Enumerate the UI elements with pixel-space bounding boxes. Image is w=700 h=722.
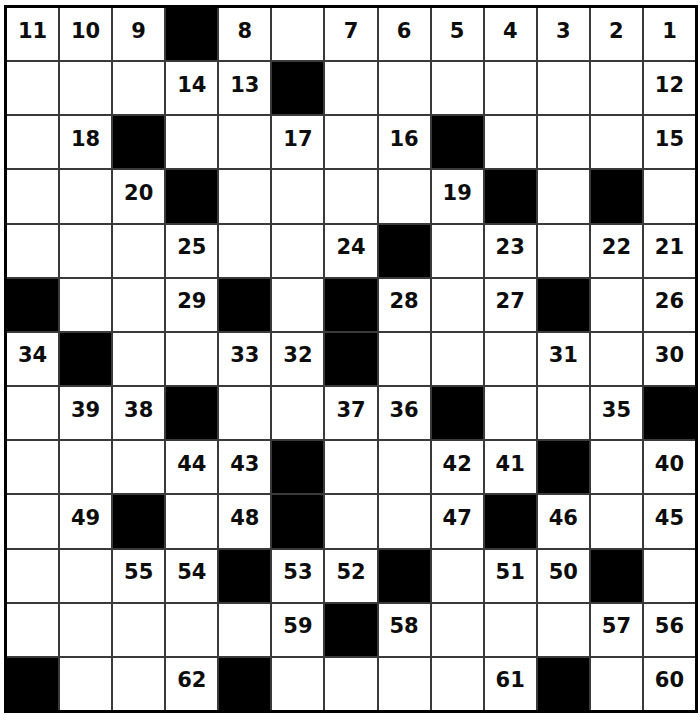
cell-r6c9[interactable]	[485, 333, 536, 385]
clue-number-2: 2	[609, 21, 624, 42]
cell-r1c11[interactable]	[591, 62, 642, 114]
cell-r1c8[interactable]	[432, 62, 483, 114]
cell-r2c9[interactable]	[485, 116, 536, 168]
clue-number-7: 7	[344, 21, 359, 42]
cell-r11c12[interactable]: 56	[644, 604, 695, 656]
clue-number-23: 23	[496, 237, 525, 258]
cell-r0c8[interactable]: 5	[432, 8, 483, 60]
cell-r9c1[interactable]: 49	[60, 495, 111, 547]
block-cell-r10c11	[591, 550, 642, 602]
block-cell-r5c4	[219, 279, 270, 331]
cell-r6c3[interactable]	[166, 333, 217, 385]
cell-r11c1[interactable]	[60, 604, 111, 656]
cell-r8c6[interactable]	[325, 441, 376, 493]
cell-r12c6[interactable]	[325, 658, 376, 710]
cell-r4c2[interactable]	[113, 225, 164, 277]
block-cell-r6c6	[325, 333, 376, 385]
cell-r8c9[interactable]: 41	[485, 441, 536, 493]
cell-r1c6[interactable]	[325, 62, 376, 114]
cell-r10c3[interactable]: 54	[166, 550, 217, 602]
cell-r2c11[interactable]	[591, 116, 642, 168]
clue-number-11: 11	[18, 21, 47, 42]
cell-r8c2[interactable]	[113, 441, 164, 493]
cell-r0c12[interactable]: 1	[644, 8, 695, 60]
clue-number-40: 40	[655, 454, 684, 475]
cell-r0c10[interactable]: 3	[538, 8, 589, 60]
cell-r10c2[interactable]: 55	[113, 550, 164, 602]
cell-r1c9[interactable]	[485, 62, 536, 114]
page: 1110987654321141312181716152019252423222…	[0, 0, 700, 722]
cell-r4c10[interactable]	[538, 225, 589, 277]
block-cell-r9c5	[272, 495, 323, 547]
cell-r0c5[interactable]	[272, 8, 323, 60]
cell-r7c4[interactable]	[219, 387, 270, 439]
cell-r6c5[interactable]: 32	[272, 333, 323, 385]
cell-r7c9[interactable]	[485, 387, 536, 439]
clue-number-25: 25	[177, 237, 206, 258]
block-cell-r8c5	[272, 441, 323, 493]
clue-number-16: 16	[389, 129, 418, 150]
block-cell-r2c2	[113, 116, 164, 168]
block-cell-r0c3	[166, 8, 217, 60]
block-cell-r7c8	[432, 387, 483, 439]
clue-number-17: 17	[283, 129, 312, 150]
cell-r0c2[interactable]: 9	[113, 8, 164, 60]
block-cell-r9c2	[113, 495, 164, 547]
cell-r1c1[interactable]	[60, 62, 111, 114]
cell-r5c5[interactable]	[272, 279, 323, 331]
cell-r2c7[interactable]: 16	[379, 116, 430, 168]
block-cell-r6c1	[60, 333, 111, 385]
cell-r1c3[interactable]: 14	[166, 62, 217, 114]
cell-r7c5[interactable]	[272, 387, 323, 439]
cell-r0c9[interactable]: 4	[485, 8, 536, 60]
cell-r1c2[interactable]	[113, 62, 164, 114]
clue-number-41: 41	[496, 454, 525, 475]
clue-number-18: 18	[71, 129, 100, 150]
clue-number-24: 24	[336, 237, 365, 258]
cell-r6c7[interactable]	[379, 333, 430, 385]
cell-r7c6[interactable]: 37	[325, 387, 376, 439]
cell-r2c6[interactable]	[325, 116, 376, 168]
block-cell-r12c0	[7, 658, 58, 710]
block-cell-r7c12	[644, 387, 695, 439]
cell-r4c4[interactable]	[219, 225, 270, 277]
cell-r9c8[interactable]: 47	[432, 495, 483, 547]
cell-r9c10[interactable]: 46	[538, 495, 589, 547]
cell-r11c0[interactable]	[7, 604, 58, 656]
cell-r1c10[interactable]	[538, 62, 589, 114]
cell-r4c6[interactable]: 24	[325, 225, 376, 277]
cell-r9c3[interactable]	[166, 495, 217, 547]
block-cell-r12c4	[219, 658, 270, 710]
cell-r11c8[interactable]	[432, 604, 483, 656]
block-cell-r12c10	[538, 658, 589, 710]
cell-r2c12[interactable]: 15	[644, 116, 695, 168]
cell-r9c6[interactable]	[325, 495, 376, 547]
clue-number-27: 27	[496, 291, 525, 312]
clue-number-30: 30	[655, 345, 684, 366]
cell-r12c3[interactable]: 62	[166, 658, 217, 710]
cell-r3c10[interactable]	[538, 170, 589, 222]
block-cell-r3c11	[591, 170, 642, 222]
clue-number-42: 42	[443, 454, 472, 475]
clue-number-54: 54	[177, 562, 206, 583]
clue-number-56: 56	[655, 616, 684, 637]
cell-r8c11[interactable]	[591, 441, 642, 493]
cell-r11c3[interactable]	[166, 604, 217, 656]
cell-r2c4[interactable]	[219, 116, 270, 168]
cell-r9c7[interactable]	[379, 495, 430, 547]
cell-r3c0[interactable]	[7, 170, 58, 222]
crossword-grid: 1110987654321141312181716152019252423222…	[4, 5, 698, 713]
cell-r10c8[interactable]	[432, 550, 483, 602]
cell-r3c4[interactable]	[219, 170, 270, 222]
clue-number-9: 9	[131, 21, 146, 42]
cell-r11c10[interactable]	[538, 604, 589, 656]
clue-number-10: 10	[71, 21, 100, 42]
cell-r12c12[interactable]: 60	[644, 658, 695, 710]
clue-number-53: 53	[283, 562, 312, 583]
clue-number-34: 34	[18, 345, 47, 366]
cell-r3c2[interactable]: 20	[113, 170, 164, 222]
cell-r8c1[interactable]	[60, 441, 111, 493]
cell-r12c9[interactable]: 61	[485, 658, 536, 710]
cell-r4c8[interactable]	[432, 225, 483, 277]
clue-number-32: 32	[283, 345, 312, 366]
cell-r5c2[interactable]	[113, 279, 164, 331]
cell-r12c11[interactable]	[591, 658, 642, 710]
block-cell-r10c7	[379, 550, 430, 602]
cell-r10c12[interactable]	[644, 550, 695, 602]
cell-r6c12[interactable]: 30	[644, 333, 695, 385]
cell-r2c0[interactable]	[7, 116, 58, 168]
cell-r6c0[interactable]: 34	[7, 333, 58, 385]
cell-r4c9[interactable]: 23	[485, 225, 536, 277]
cell-r6c4[interactable]: 33	[219, 333, 270, 385]
clue-number-20: 20	[124, 183, 153, 204]
clue-number-1: 1	[662, 21, 677, 42]
cell-r4c3[interactable]: 25	[166, 225, 217, 277]
clue-number-44: 44	[177, 454, 206, 475]
cell-r0c4[interactable]: 8	[219, 8, 270, 60]
clue-number-12: 12	[655, 75, 684, 96]
cell-r7c2[interactable]: 38	[113, 387, 164, 439]
cell-r4c0[interactable]	[7, 225, 58, 277]
cell-r5c1[interactable]	[60, 279, 111, 331]
cell-r5c11[interactable]	[591, 279, 642, 331]
clue-number-37: 37	[336, 400, 365, 421]
cell-r2c10[interactable]	[538, 116, 589, 168]
cell-r1c7[interactable]	[379, 62, 430, 114]
clue-number-58: 58	[389, 616, 418, 637]
clue-number-51: 51	[496, 562, 525, 583]
cell-r3c8[interactable]: 19	[432, 170, 483, 222]
cell-r9c11[interactable]	[591, 495, 642, 547]
cell-r10c1[interactable]	[60, 550, 111, 602]
cell-r11c5[interactable]: 59	[272, 604, 323, 656]
cell-r9c12[interactable]: 45	[644, 495, 695, 547]
cell-r12c2[interactable]	[113, 658, 164, 710]
cell-r2c5[interactable]: 17	[272, 116, 323, 168]
clue-number-15: 15	[655, 129, 684, 150]
clue-number-35: 35	[602, 400, 631, 421]
cell-r3c6[interactable]	[325, 170, 376, 222]
cell-r12c8[interactable]	[432, 658, 483, 710]
cell-r4c12[interactable]: 21	[644, 225, 695, 277]
clue-number-52: 52	[336, 562, 365, 583]
cell-r8c12[interactable]: 40	[644, 441, 695, 493]
cell-r12c1[interactable]	[60, 658, 111, 710]
block-cell-r11c6	[325, 604, 376, 656]
cell-r11c4[interactable]	[219, 604, 270, 656]
cell-r8c8[interactable]: 42	[432, 441, 483, 493]
cell-r0c0[interactable]: 11	[7, 8, 58, 60]
clue-number-29: 29	[177, 291, 206, 312]
cell-r6c11[interactable]	[591, 333, 642, 385]
clue-number-50: 50	[549, 562, 578, 583]
clue-number-49: 49	[71, 508, 100, 529]
cell-r6c8[interactable]	[432, 333, 483, 385]
clue-number-61: 61	[496, 670, 525, 691]
cell-r12c7[interactable]	[379, 658, 430, 710]
cell-r10c0[interactable]	[7, 550, 58, 602]
block-cell-r9c9	[485, 495, 536, 547]
cell-r4c11[interactable]: 22	[591, 225, 642, 277]
cell-r3c1[interactable]	[60, 170, 111, 222]
clue-number-5: 5	[450, 21, 465, 42]
cell-r5c8[interactable]	[432, 279, 483, 331]
cell-r6c10[interactable]: 31	[538, 333, 589, 385]
cell-r11c7[interactable]: 58	[379, 604, 430, 656]
cell-r8c3[interactable]: 44	[166, 441, 217, 493]
cell-r5c3[interactable]: 29	[166, 279, 217, 331]
cell-r7c7[interactable]: 36	[379, 387, 430, 439]
clue-number-21: 21	[655, 237, 684, 258]
cell-r2c1[interactable]: 18	[60, 116, 111, 168]
cell-r3c12[interactable]	[644, 170, 695, 222]
cell-r10c9[interactable]: 51	[485, 550, 536, 602]
cell-r9c4[interactable]: 48	[219, 495, 270, 547]
clue-number-33: 33	[230, 345, 259, 366]
clue-number-57: 57	[602, 616, 631, 637]
cell-r9c0[interactable]	[7, 495, 58, 547]
cell-r7c0[interactable]	[7, 387, 58, 439]
clue-number-14: 14	[177, 75, 206, 96]
clue-number-31: 31	[549, 345, 578, 366]
clue-number-45: 45	[655, 508, 684, 529]
block-cell-r5c10	[538, 279, 589, 331]
cell-r8c0[interactable]	[7, 441, 58, 493]
clue-number-3: 3	[556, 21, 571, 42]
cell-r7c1[interactable]: 39	[60, 387, 111, 439]
block-cell-r7c3	[166, 387, 217, 439]
cell-r0c6[interactable]: 7	[325, 8, 376, 60]
clue-number-36: 36	[389, 400, 418, 421]
block-cell-r8c10	[538, 441, 589, 493]
cell-r2c3[interactable]	[166, 116, 217, 168]
clue-number-60: 60	[655, 670, 684, 691]
block-cell-r10c4	[219, 550, 270, 602]
clue-number-6: 6	[397, 21, 412, 42]
cell-r5c12[interactable]: 26	[644, 279, 695, 331]
cell-r3c7[interactable]	[379, 170, 430, 222]
cell-r0c7[interactable]: 6	[379, 8, 430, 60]
cell-r1c12[interactable]: 12	[644, 62, 695, 114]
clue-number-4: 4	[503, 21, 518, 42]
block-cell-r4c7	[379, 225, 430, 277]
clue-number-55: 55	[124, 562, 153, 583]
clue-number-26: 26	[655, 291, 684, 312]
cell-r11c2[interactable]	[113, 604, 164, 656]
cell-r7c11[interactable]: 35	[591, 387, 642, 439]
clue-number-43: 43	[230, 454, 259, 475]
cell-r8c4[interactable]: 43	[219, 441, 270, 493]
cell-r3c5[interactable]	[272, 170, 323, 222]
cell-r0c1[interactable]: 10	[60, 8, 111, 60]
cell-r11c11[interactable]: 57	[591, 604, 642, 656]
clue-number-47: 47	[443, 508, 472, 529]
block-cell-r3c3	[166, 170, 217, 222]
cell-r5c9[interactable]: 27	[485, 279, 536, 331]
cell-r4c5[interactable]	[272, 225, 323, 277]
cell-r12c5[interactable]	[272, 658, 323, 710]
clue-number-62: 62	[177, 670, 206, 691]
clue-number-13: 13	[230, 75, 259, 96]
clue-number-48: 48	[230, 508, 259, 529]
clue-number-8: 8	[238, 21, 253, 42]
cell-r10c10[interactable]: 50	[538, 550, 589, 602]
cell-r1c0[interactable]	[7, 62, 58, 114]
cell-r1c4[interactable]: 13	[219, 62, 270, 114]
cell-r6c2[interactable]	[113, 333, 164, 385]
cell-r0c11[interactable]: 2	[591, 8, 642, 60]
clue-number-22: 22	[602, 237, 631, 258]
block-cell-r3c9	[485, 170, 536, 222]
cell-r7c10[interactable]	[538, 387, 589, 439]
cell-r5c7[interactable]: 28	[379, 279, 430, 331]
clue-number-19: 19	[443, 183, 472, 204]
block-cell-r5c6	[325, 279, 376, 331]
clue-number-59: 59	[283, 616, 312, 637]
cell-r4c1[interactable]	[60, 225, 111, 277]
cell-r11c9[interactable]	[485, 604, 536, 656]
cell-r10c5[interactable]: 53	[272, 550, 323, 602]
block-cell-r2c8	[432, 116, 483, 168]
clue-number-38: 38	[124, 400, 153, 421]
block-cell-r5c0	[7, 279, 58, 331]
clue-number-39: 39	[71, 400, 100, 421]
clue-number-46: 46	[549, 508, 578, 529]
cell-r10c6[interactable]: 52	[325, 550, 376, 602]
block-cell-r1c5	[272, 62, 323, 114]
clue-number-28: 28	[389, 291, 418, 312]
cell-r8c7[interactable]	[379, 441, 430, 493]
